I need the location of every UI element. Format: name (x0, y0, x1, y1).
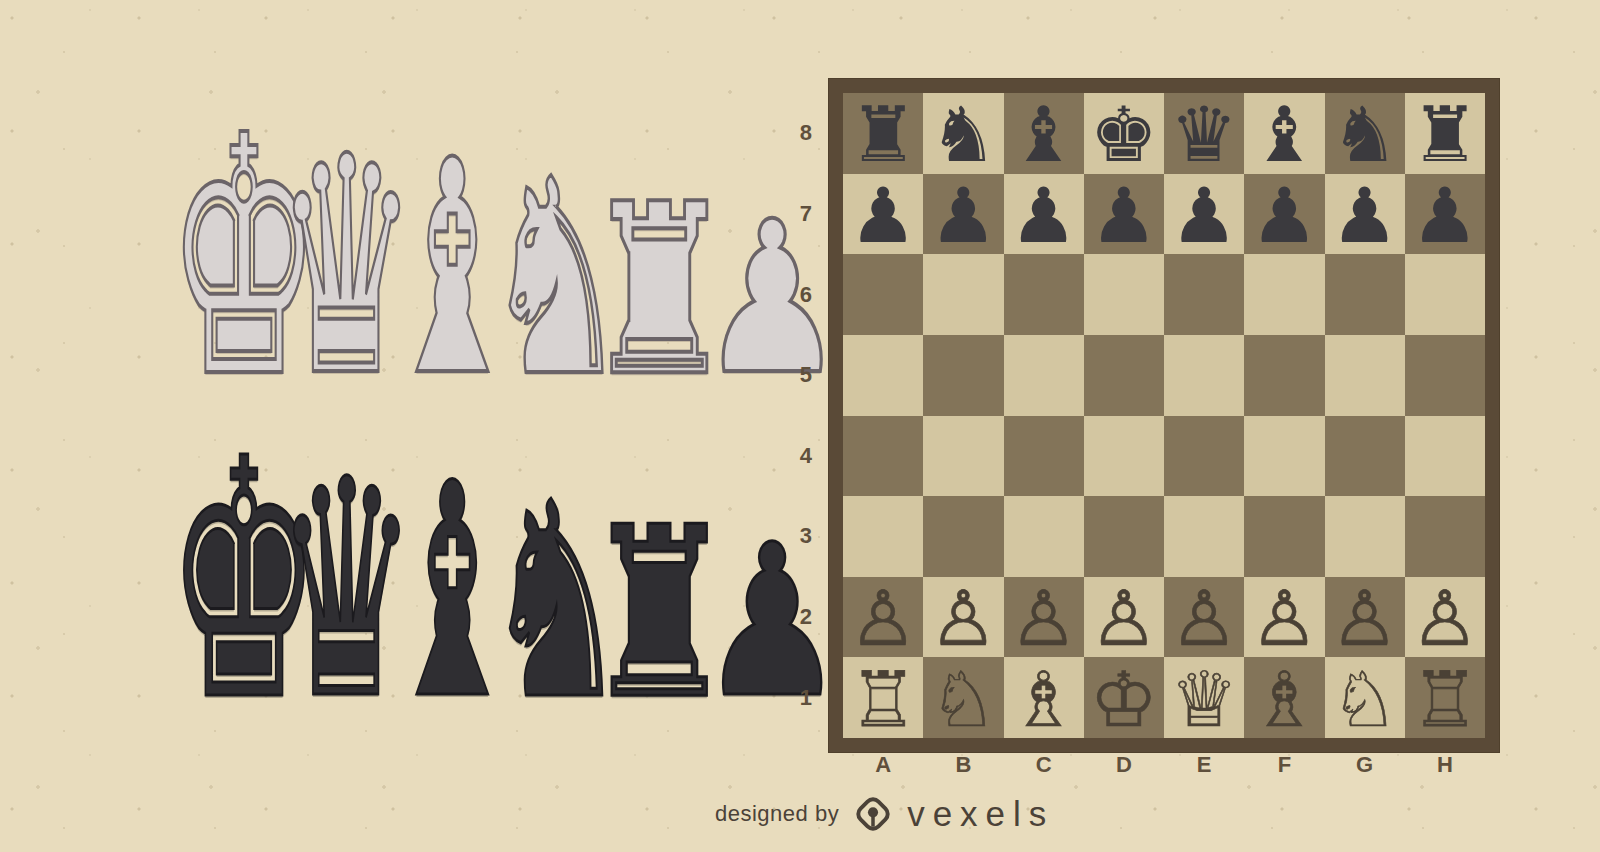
square-h4[interactable] (1405, 416, 1485, 497)
square-b4[interactable] (923, 416, 1003, 497)
square-g3[interactable] (1325, 496, 1405, 577)
square-a6[interactable] (843, 254, 923, 335)
square-f2[interactable]: ♙ (1244, 577, 1324, 658)
square-b2[interactable]: ♙ (923, 577, 1003, 658)
file-label-c: C (1004, 750, 1084, 780)
square-a7[interactable]: ♟ (843, 174, 923, 255)
black-rook: ♜ (849, 97, 917, 173)
file-label-a: A (843, 750, 923, 780)
file-label-b: B (923, 750, 1003, 780)
file-label-d: D (1084, 750, 1164, 780)
white-knight: ♘ (929, 662, 997, 738)
square-g5[interactable] (1325, 335, 1405, 416)
file-label-e: E (1164, 750, 1244, 780)
square-h3[interactable] (1405, 496, 1485, 577)
square-d1[interactable]: ♔ (1084, 657, 1164, 738)
rank-label-1: 1 (778, 657, 820, 738)
square-h5[interactable] (1405, 335, 1485, 416)
square-c2[interactable]: ♙ (1004, 577, 1084, 658)
board-grid: ♜♞♝♚♛♝♞♜♟♟♟♟♟♟♟♟♙♙♙♙♙♙♙♙♖♘♗♔♕♗♘♖ (843, 93, 1485, 738)
square-f8[interactable]: ♝ (1244, 93, 1324, 174)
square-a1[interactable]: ♖ (843, 657, 923, 738)
square-b3[interactable] (923, 496, 1003, 577)
rank-label-5: 5 (778, 335, 820, 416)
square-e4[interactable] (1164, 416, 1244, 497)
black-knight: ♞ (929, 97, 997, 173)
black-pawn: ♟ (1411, 178, 1479, 254)
white-pawn: ♙ (1170, 581, 1238, 657)
black-rook: ♜ (1411, 97, 1479, 173)
rank-label-7: 7 (778, 174, 820, 255)
square-c1[interactable]: ♗ (1004, 657, 1084, 738)
square-e1[interactable]: ♕ (1164, 657, 1244, 738)
white-pawn: ♙ (1331, 581, 1399, 657)
square-a2[interactable]: ♙ (843, 577, 923, 658)
square-f4[interactable] (1244, 416, 1324, 497)
vexels-wordmark: vexels (907, 794, 1054, 834)
square-g8[interactable]: ♞ (1325, 93, 1405, 174)
white-pawn: ♙ (1411, 581, 1479, 657)
square-d5[interactable] (1084, 335, 1164, 416)
square-e7[interactable]: ♟ (1164, 174, 1244, 255)
black-bishop: ♝ (1010, 97, 1078, 173)
white-knight: ♘ (1331, 662, 1399, 738)
square-d2[interactable]: ♙ (1084, 577, 1164, 658)
square-e5[interactable] (1164, 335, 1244, 416)
rank-label-8: 8 (778, 93, 820, 174)
square-e8[interactable]: ♛ (1164, 93, 1244, 174)
square-g1[interactable]: ♘ (1325, 657, 1405, 738)
square-d6[interactable] (1084, 254, 1164, 335)
square-e6[interactable] (1164, 254, 1244, 335)
white-pawn: ♙ (929, 581, 997, 657)
square-h8[interactable]: ♜ (1405, 93, 1485, 174)
square-c5[interactable] (1004, 335, 1084, 416)
file-label-h: H (1405, 750, 1485, 780)
black-pawn-figure: ♟ (699, 517, 846, 727)
square-b7[interactable]: ♟ (923, 174, 1003, 255)
square-h2[interactable]: ♙ (1405, 577, 1485, 658)
square-f1[interactable]: ♗ (1244, 657, 1324, 738)
black-knight: ♞ (1331, 97, 1399, 173)
white-rook: ♖ (849, 662, 917, 738)
square-b8[interactable]: ♞ (923, 93, 1003, 174)
black-pawn: ♟ (1090, 178, 1158, 254)
square-h6[interactable] (1405, 254, 1485, 335)
square-h1[interactable]: ♖ (1405, 657, 1485, 738)
square-b6[interactable] (923, 254, 1003, 335)
vexels-pen-diamond-icon (851, 792, 895, 836)
black-king: ♚ (1090, 97, 1158, 173)
square-d3[interactable] (1084, 496, 1164, 577)
rank-labels: 87654321 (778, 93, 820, 738)
file-label-f: F (1244, 750, 1324, 780)
square-g2[interactable]: ♙ (1325, 577, 1405, 658)
white-piece-set: ♚♛♝♞♜♟ (85, 100, 745, 372)
square-h7[interactable]: ♟ (1405, 174, 1485, 255)
square-d4[interactable] (1084, 416, 1164, 497)
square-e2[interactable]: ♙ (1164, 577, 1244, 658)
square-b5[interactable] (923, 335, 1003, 416)
white-pawn-figure: ♟ (699, 194, 846, 404)
chess-board: ♜♞♝♚♛♝♞♜♟♟♟♟♟♟♟♟♙♙♙♙♙♙♙♙♖♘♗♔♕♗♘♖ (828, 78, 1500, 753)
square-c7[interactable]: ♟ (1004, 174, 1084, 255)
square-g6[interactable] (1325, 254, 1405, 335)
square-g7[interactable]: ♟ (1325, 174, 1405, 255)
white-pawn: ♙ (849, 581, 917, 657)
black-bishop: ♝ (1250, 97, 1318, 173)
square-c6[interactable] (1004, 254, 1084, 335)
square-f7[interactable]: ♟ (1244, 174, 1324, 255)
white-pawn: ♙ (1250, 581, 1318, 657)
rank-label-3: 3 (778, 496, 820, 577)
white-bishop: ♗ (1250, 662, 1318, 738)
square-b1[interactable]: ♘ (923, 657, 1003, 738)
square-d7[interactable]: ♟ (1084, 174, 1164, 255)
black-queen: ♛ (1170, 97, 1238, 173)
square-c8[interactable]: ♝ (1004, 93, 1084, 174)
square-a8[interactable]: ♜ (843, 93, 923, 174)
rank-label-6: 6 (778, 254, 820, 335)
square-c3[interactable] (1004, 496, 1084, 577)
black-pawn: ♟ (1331, 178, 1399, 254)
square-c4[interactable] (1004, 416, 1084, 497)
square-f5[interactable] (1244, 335, 1324, 416)
square-e3[interactable] (1164, 496, 1244, 577)
black-pawn: ♟ (1250, 178, 1318, 254)
square-a3[interactable] (843, 496, 923, 577)
white-rook: ♖ (1411, 662, 1479, 738)
black-pawn: ♟ (849, 178, 917, 254)
black-pawn: ♟ (1010, 178, 1078, 254)
illustration-background: ♚♛♝♞♜♟ ♚♛♝♞♜♟ 87654321 ♜♞♝♚♛♝♞♜♟♟♟♟♟♟♟♟♙… (0, 0, 1600, 852)
file-labels: ABCDEFGH (843, 750, 1485, 780)
rank-label-2: 2 (778, 577, 820, 658)
square-a4[interactable] (843, 416, 923, 497)
rank-label-4: 4 (778, 416, 820, 497)
vexels-credit: designed by vexels (715, 790, 1054, 838)
black-pawn: ♟ (929, 178, 997, 254)
file-label-g: G (1325, 750, 1405, 780)
white-king: ♔ (1090, 662, 1158, 738)
square-g4[interactable] (1325, 416, 1405, 497)
designed-by-text: designed by (715, 801, 839, 827)
square-f6[interactable] (1244, 254, 1324, 335)
white-queen: ♕ (1170, 662, 1238, 738)
white-pawn: ♙ (1090, 581, 1158, 657)
black-pawn: ♟ (1170, 178, 1238, 254)
black-piece-set: ♚♛♝♞♜♟ (85, 423, 745, 695)
white-bishop: ♗ (1010, 662, 1078, 738)
white-pawn: ♙ (1010, 581, 1078, 657)
square-a5[interactable] (843, 335, 923, 416)
square-d8[interactable]: ♚ (1084, 93, 1164, 174)
square-f3[interactable] (1244, 496, 1324, 577)
